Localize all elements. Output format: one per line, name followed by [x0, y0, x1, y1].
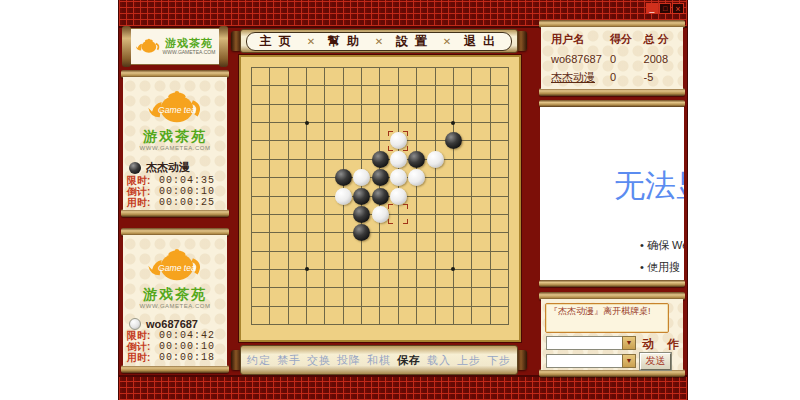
white-used-time: 00:00:18	[159, 353, 215, 363]
action-label: 动 作	[642, 336, 684, 353]
used-label: 用时:	[127, 198, 159, 208]
black-stone	[372, 169, 389, 186]
star-point	[305, 121, 309, 125]
brand-name: 游戏茶苑	[143, 129, 207, 143]
action-下步[interactable]: 下步	[487, 353, 511, 368]
brand-name: 游戏茶苑	[163, 38, 216, 49]
scroll-cap	[121, 209, 229, 217]
used-label: 用时:	[127, 353, 159, 363]
teapot-logo-icon: Game tea	[146, 241, 204, 287]
marker-corner	[403, 204, 408, 209]
score-cell: 0	[610, 50, 644, 68]
action-约定[interactable]: 约定	[247, 353, 271, 368]
menu-separator-icon: ✕	[375, 36, 383, 47]
hover-marker	[388, 204, 408, 224]
brand-url: WWW.GAMETEA.COM	[163, 50, 216, 55]
limit-label: 限时:	[127, 176, 159, 186]
error-bullet: 使用搜	[640, 260, 680, 275]
white-stone	[390, 151, 407, 168]
chevron-down-icon[interactable]: ▼	[622, 336, 636, 350]
white-stone	[335, 188, 352, 205]
error-bullet: 确保 We	[640, 238, 684, 253]
white-stone	[427, 151, 444, 168]
white-stone	[390, 169, 407, 186]
board-frame	[239, 55, 521, 342]
white-countdown-time: 00:00:10	[159, 342, 215, 352]
black-player-panel: Game tea 游戏茶苑 WWW.GAMETEA.COM 杰杰动漫 限时:00…	[121, 70, 229, 217]
action-bar: 约定禁手交换投降和棋保存载入上步下步	[231, 345, 527, 375]
action-和棋[interactable]: 和棋	[367, 353, 391, 368]
meander-border-bottom	[119, 375, 687, 400]
action-上步[interactable]: 上步	[457, 353, 481, 368]
logo-panel: 游戏茶苑 WWW.GAMETEA.COM	[122, 26, 228, 67]
white-limit-time: 00:04:42	[159, 331, 215, 341]
chat-dropdown-field[interactable]	[546, 354, 622, 368]
teapot-logo-icon: Game tea	[146, 83, 204, 129]
browser-error-page: 无法显 确保 We 使用搜	[540, 107, 684, 280]
action-dropdown-field[interactable]	[546, 336, 622, 350]
white-stone-icon	[129, 318, 141, 330]
embedded-browser-panel: 无法显 确保 We 使用搜	[539, 100, 685, 287]
scroll-roller	[122, 26, 131, 67]
marker-corner	[388, 146, 393, 151]
white-player-name: wo687687	[146, 318, 198, 330]
score-cell: 杰杰动漫	[551, 68, 610, 86]
black-limit-time: 00:04:35	[159, 176, 215, 186]
page-background: _ □ × 游戏茶苑 WWW.GAMETEA.COM	[0, 0, 800, 400]
score-cell: wo687687	[551, 50, 610, 68]
black-player-name: 杰杰动漫	[146, 160, 190, 175]
action-dropdown[interactable]: ▼	[546, 336, 636, 350]
marker-corner	[388, 219, 393, 224]
menu-item-3[interactable]: 設置	[392, 33, 434, 50]
menu-separator-icon: ✕	[443, 36, 451, 47]
menu-item-4[interactable]: 退出	[460, 33, 502, 50]
teapot-logo-icon	[135, 35, 161, 58]
score-table-row: wo68768702008	[541, 50, 683, 68]
menu-bar: 主页✕幫助✕設置✕退出	[231, 29, 527, 53]
black-stone	[335, 169, 352, 186]
score-panel: 用户名 得分 总 分 wo68768702008杰杰动漫0-5	[539, 20, 685, 96]
error-heading: 无法显	[614, 165, 684, 207]
black-stone	[353, 188, 370, 205]
close-button[interactable]: ×	[672, 3, 684, 14]
countdown-label: 倒计:	[127, 187, 159, 197]
action-投降[interactable]: 投降	[337, 353, 361, 368]
menu-separator-icon: ✕	[307, 36, 315, 47]
svg-text:Game tea: Game tea	[158, 105, 196, 115]
black-stone	[353, 206, 370, 223]
black-stone-icon	[129, 162, 141, 174]
limit-label: 限时:	[127, 331, 159, 341]
menu-item-2[interactable]: 幫助	[324, 33, 366, 50]
scroll-cap	[539, 100, 685, 107]
scroll-cap	[539, 88, 685, 96]
brand-url: WWW.GAMETEA.COM	[140, 303, 211, 309]
last-move-marker	[388, 131, 408, 151]
white-player-panel: Game tea 游戏茶苑 WWW.GAMETEA.COM wo687687 限…	[121, 228, 229, 373]
brand-url: WWW.GAMETEA.COM	[140, 145, 211, 151]
menu-item-1[interactable]: 主页	[256, 33, 298, 50]
marker-corner	[403, 131, 408, 136]
marker-corner	[403, 219, 408, 224]
marker-corner	[403, 146, 408, 151]
chevron-down-icon[interactable]: ▼	[622, 354, 636, 368]
scroll-cap	[539, 280, 685, 287]
scroll-cap	[121, 365, 229, 373]
scroll-roller	[219, 26, 228, 67]
score-cell: 0	[610, 68, 644, 86]
game-message-log: 『杰杰动漫』离开棋牌桌!	[545, 303, 669, 333]
action-交换[interactable]: 交换	[307, 353, 331, 368]
game-window: _ □ × 游戏茶苑 WWW.GAMETEA.COM	[118, 0, 688, 400]
gomoku-board[interactable]	[251, 67, 509, 325]
black-stone	[372, 151, 389, 168]
marker-corner	[388, 131, 393, 136]
maximize-button[interactable]: □	[659, 3, 671, 14]
score-header-score: 得分	[610, 32, 644, 47]
score-cell: -5	[644, 68, 683, 86]
countdown-label: 倒计:	[127, 342, 159, 352]
score-header-username: 用户名	[551, 32, 610, 47]
score-cell: 2008	[644, 50, 683, 68]
svg-text:Game tea: Game tea	[158, 263, 196, 273]
black-stone	[372, 188, 389, 205]
score-table-row: 杰杰动漫0-5	[541, 68, 683, 86]
action-保存[interactable]: 保存	[397, 353, 421, 368]
brand-name: 游戏茶苑	[143, 287, 207, 301]
white-stone	[390, 188, 407, 205]
scroll-cap	[539, 369, 685, 377]
minimize-button[interactable]: _	[646, 3, 658, 14]
action-载入[interactable]: 载入	[427, 353, 451, 368]
black-used-time: 00:00:25	[159, 198, 215, 208]
send-button[interactable]: 发送	[640, 353, 671, 370]
score-header-total: 总 分	[644, 32, 683, 47]
chat-control-panel: 『杰杰动漫』离开棋牌桌! ▼ 动 作 ▼ 发送	[539, 292, 685, 377]
white-stone	[372, 206, 389, 223]
black-stone	[408, 151, 425, 168]
action-禁手[interactable]: 禁手	[277, 353, 301, 368]
black-countdown-time: 00:00:10	[159, 187, 215, 197]
chat-dropdown[interactable]: ▼	[546, 354, 636, 368]
marker-corner	[388, 204, 393, 209]
